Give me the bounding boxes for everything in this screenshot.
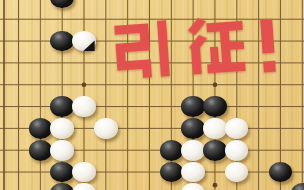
white-stone[interactable] <box>94 118 117 139</box>
black-stone[interactable] <box>50 162 73 183</box>
black-stone[interactable] <box>160 162 183 183</box>
white-stone-last-move[interactable] <box>72 31 95 52</box>
black-stone[interactable] <box>181 118 204 139</box>
glyph-yin <box>114 20 170 79</box>
white-stone[interactable] <box>72 183 95 190</box>
ladder-caption <box>110 10 286 86</box>
black-stone[interactable] <box>291 183 304 190</box>
white-stone[interactable] <box>203 118 226 139</box>
black-stone[interactable] <box>269 162 292 183</box>
white-stone[interactable] <box>181 183 204 190</box>
glyph-exclamation <box>260 19 276 73</box>
black-stone[interactable] <box>203 96 226 117</box>
white-stone[interactable] <box>181 140 204 161</box>
black-stone[interactable] <box>29 140 52 161</box>
white-stone[interactable] <box>225 140 248 161</box>
black-stone[interactable] <box>50 0 73 8</box>
white-stone[interactable] <box>72 96 95 117</box>
black-stone[interactable] <box>29 118 52 139</box>
glyph-zheng <box>187 15 246 75</box>
black-stone[interactable] <box>203 140 226 161</box>
black-stone[interactable] <box>181 96 204 117</box>
go-board[interactable]: 引征! <box>0 0 304 190</box>
black-stone[interactable] <box>50 183 73 190</box>
black-stone[interactable] <box>50 31 73 52</box>
black-stone[interactable] <box>160 140 183 161</box>
white-stone[interactable] <box>225 118 248 139</box>
black-stone[interactable] <box>50 96 73 117</box>
white-stone[interactable] <box>225 162 248 183</box>
white-stone[interactable] <box>50 140 73 161</box>
white-stone[interactable] <box>72 162 95 183</box>
white-stone[interactable] <box>181 162 204 183</box>
last-move-triangle-marker <box>83 40 95 51</box>
white-stone[interactable] <box>50 118 73 139</box>
